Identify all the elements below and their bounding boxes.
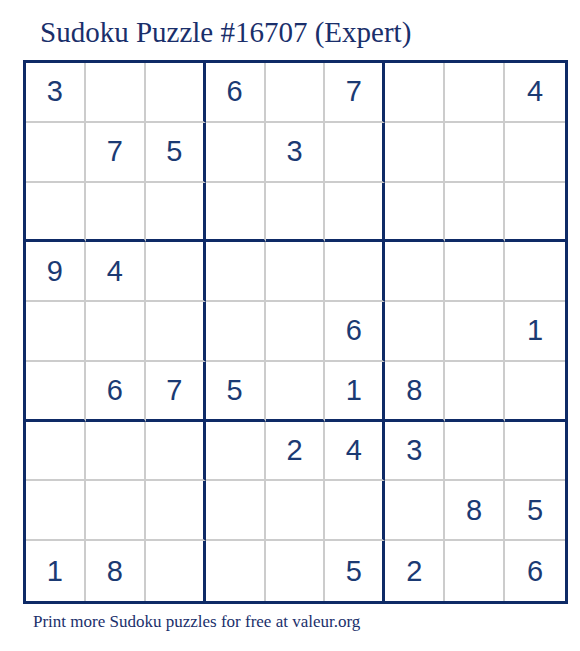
cell-r7c8-empty [445,422,505,482]
cell-r7c6-given-4: 4 [325,422,385,482]
cell-r7c1-empty [26,422,86,482]
cell-r9c6-given-5: 5 [325,541,385,601]
cell-r1c8-empty [445,63,505,123]
sudoku-board: 36747539461675182438518526 [23,60,568,604]
cell-r3c1-empty [26,183,86,243]
cell-r6c4-given-5: 5 [206,362,266,422]
cell-r5c4-empty [206,302,266,362]
cell-r7c2-empty [86,422,146,482]
cell-r8c1-empty [26,481,86,541]
cell-r9c5-empty [266,541,326,601]
cell-r1c4-given-6: 6 [206,63,266,123]
cell-r5c2-empty [86,302,146,362]
cell-r6c8-empty [445,362,505,422]
cell-r2c5-given-3: 3 [266,123,326,183]
cell-r4c3-empty [146,242,206,302]
cell-r1c2-empty [86,63,146,123]
cell-r8c9-given-5: 5 [505,481,565,541]
cell-r9c3-empty [146,541,206,601]
cell-r2c4-empty [206,123,266,183]
cell-r5c3-empty [146,302,206,362]
cell-r3c9-empty [505,183,565,243]
cell-r2c8-empty [445,123,505,183]
cell-r7c9-empty [505,422,565,482]
cell-r1c5-empty [266,63,326,123]
cell-r9c8-empty [445,541,505,601]
cell-r6c7-given-8: 8 [385,362,445,422]
cell-r3c7-empty [385,183,445,243]
cell-r5c7-empty [385,302,445,362]
cell-r7c7-given-3: 3 [385,422,445,482]
cell-r8c6-empty [325,481,385,541]
cell-r7c5-given-2: 2 [266,422,326,482]
cell-r4c6-empty [325,242,385,302]
cell-r8c4-empty [206,481,266,541]
cell-r2c3-given-5: 5 [146,123,206,183]
cell-r4c5-empty [266,242,326,302]
cell-r3c2-empty [86,183,146,243]
cell-r1c7-empty [385,63,445,123]
cell-r3c6-empty [325,183,385,243]
cell-r6c2-given-6: 6 [86,362,146,422]
cell-r8c8-given-8: 8 [445,481,505,541]
cell-r5c6-given-6: 6 [325,302,385,362]
cell-r9c9-given-6: 6 [505,541,565,601]
cell-r3c8-empty [445,183,505,243]
cell-r2c6-empty [325,123,385,183]
cell-r7c3-empty [146,422,206,482]
cell-r9c1-given-1: 1 [26,541,86,601]
cell-r8c3-empty [146,481,206,541]
cell-r9c2-given-8: 8 [86,541,146,601]
footer-text: Print more Sudoku puzzles for free at va… [33,612,360,632]
cell-r8c5-empty [266,481,326,541]
cell-r2c7-empty [385,123,445,183]
cell-r2c2-given-7: 7 [86,123,146,183]
cell-r1c9-given-4: 4 [505,63,565,123]
cell-r8c7-empty [385,481,445,541]
cell-r1c6-given-7: 7 [325,63,385,123]
cell-r4c1-given-9: 9 [26,242,86,302]
cell-r9c4-empty [206,541,266,601]
cell-r3c5-empty [266,183,326,243]
cell-r9c7-given-2: 2 [385,541,445,601]
cell-r7c4-empty [206,422,266,482]
cell-r6c5-empty [266,362,326,422]
cell-r4c4-empty [206,242,266,302]
cell-r5c1-empty [26,302,86,362]
cell-r2c9-empty [505,123,565,183]
cell-r3c3-empty [146,183,206,243]
cell-r4c8-empty [445,242,505,302]
cell-r6c9-empty [505,362,565,422]
cell-r6c6-given-1: 1 [325,362,385,422]
cell-r5c5-empty [266,302,326,362]
cell-r4c9-empty [505,242,565,302]
cell-r6c3-given-7: 7 [146,362,206,422]
cell-r5c8-empty [445,302,505,362]
cell-r4c7-empty [385,242,445,302]
puzzle-title: Sudoku Puzzle #16707 (Expert) [40,17,411,49]
cell-r4c2-given-4: 4 [86,242,146,302]
cell-r8c2-empty [86,481,146,541]
cell-r2c1-empty [26,123,86,183]
cell-r1c3-empty [146,63,206,123]
cell-r5c9-given-1: 1 [505,302,565,362]
cell-r1c1-given-3: 3 [26,63,86,123]
sudoku-page: Sudoku Puzzle #16707 (Expert) 3674753946… [0,0,580,651]
cell-r3c4-empty [206,183,266,243]
cell-r6c1-empty [26,362,86,422]
